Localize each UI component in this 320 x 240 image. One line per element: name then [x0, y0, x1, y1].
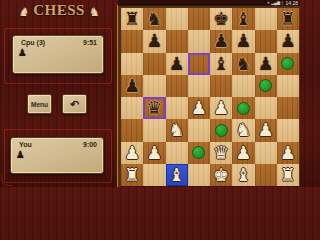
square-f8[interactable]: ♝ [232, 8, 254, 30]
square-c3[interactable]: ♞ [166, 119, 188, 141]
square-g3[interactable]: ♟ [255, 119, 277, 141]
piece-wp: ♟ [146, 142, 162, 164]
square-b5[interactable] [143, 75, 165, 97]
app-title: ♞ CHESS ♞ [0, 2, 118, 19]
square-e1[interactable]: ♚ [210, 164, 232, 186]
square-f6[interactable]: ♞ [232, 53, 254, 75]
legal-move-dot[interactable] [215, 124, 228, 137]
square-f1[interactable]: ♝ [232, 164, 254, 186]
square-c6[interactable]: ♟ [166, 53, 188, 75]
square-d8[interactable] [188, 8, 210, 30]
piece-bq: ♛ [146, 97, 162, 119]
square-d6[interactable] [188, 53, 210, 75]
piece-bp: ♟ [169, 53, 185, 75]
square-g1[interactable] [255, 164, 277, 186]
square-h8[interactable]: ♜ [277, 8, 299, 30]
signal-battery-icons: ∗ ▂▄▆ ▯ [267, 0, 284, 6]
piece-wq: ♛ [213, 142, 229, 164]
square-d4[interactable]: ♟ [188, 97, 210, 119]
chess-board-frame: ♜♞♚♝♜♟♟♟♟♟♝♞♟♟♛♟♟♞♞♟♟♟♛♟♟♜♝♚♝♜ [118, 5, 300, 187]
square-d5[interactable] [188, 75, 210, 97]
left-panel: ♞ CHESS ♞ Cpu (3) 9:51 ♟ Menu ↶ You 9:00… [0, 0, 118, 187]
square-c7[interactable] [166, 30, 188, 52]
legal-move-dot[interactable] [259, 79, 272, 92]
square-e6[interactable]: ♝ [210, 53, 232, 75]
square-c2[interactable] [166, 142, 188, 164]
piece-br: ♜ [124, 8, 140, 30]
square-g4[interactable] [255, 97, 277, 119]
square-e4[interactable]: ♟ [210, 97, 232, 119]
piece-br: ♜ [280, 8, 296, 30]
square-g2[interactable] [255, 142, 277, 164]
cpu-pawn-icon: ♟ [13, 46, 103, 58]
piece-wr: ♜ [124, 164, 140, 186]
square-a8[interactable]: ♜ [121, 8, 143, 30]
square-h7[interactable]: ♟ [277, 30, 299, 52]
piece-bp: ♟ [146, 30, 162, 52]
square-b8[interactable]: ♞ [143, 8, 165, 30]
you-player-card: You 9:00 ♟ [10, 137, 104, 174]
piece-bp: ♟ [213, 30, 229, 52]
piece-bp: ♟ [258, 53, 274, 75]
piece-wb: ♝ [169, 164, 185, 186]
chess-board[interactable]: ♜♞♚♝♜♟♟♟♟♟♝♞♟♟♛♟♟♞♞♟♟♟♛♟♟♜♝♚♝♜ [121, 8, 299, 186]
status-bar-clock: 14:28 [285, 0, 298, 6]
knight-icon: ♞ [18, 5, 29, 19]
square-g6[interactable]: ♟ [255, 53, 277, 75]
square-g7[interactable] [255, 30, 277, 52]
piece-bp: ♟ [124, 75, 140, 97]
square-f7[interactable]: ♟ [232, 30, 254, 52]
cpu-player-name: Cpu (3) [21, 39, 45, 46]
undo-arrow-icon: ↶ [70, 99, 79, 110]
square-d2[interactable] [188, 142, 210, 164]
square-h4[interactable] [277, 97, 299, 119]
knight-icon: ♞ [89, 5, 100, 19]
square-h3[interactable] [277, 119, 299, 141]
piece-bn: ♞ [146, 8, 162, 30]
android-status-bar: ∗ ▂▄▆ ▯ 14:28 [118, 0, 300, 6]
square-g8[interactable] [255, 8, 277, 30]
square-f3[interactable]: ♞ [232, 119, 254, 141]
you-player-name: You [19, 141, 32, 148]
piece-bp: ♟ [280, 30, 296, 52]
piece-wn: ♞ [235, 119, 251, 141]
piece-wp: ♟ [235, 142, 251, 164]
menu-button[interactable]: Menu [27, 94, 52, 114]
piece-bn: ♞ [235, 53, 251, 75]
piece-wk: ♚ [213, 164, 229, 186]
square-d7[interactable] [188, 30, 210, 52]
square-b1[interactable] [143, 164, 165, 186]
square-b6[interactable] [143, 53, 165, 75]
square-a7[interactable] [121, 30, 143, 52]
square-c4[interactable] [166, 97, 188, 119]
square-e8[interactable]: ♚ [210, 8, 232, 30]
square-f2[interactable]: ♟ [232, 142, 254, 164]
square-e7[interactable]: ♟ [210, 30, 232, 52]
square-c8[interactable] [166, 8, 188, 30]
square-f5[interactable] [232, 75, 254, 97]
piece-wp: ♟ [280, 142, 296, 164]
piece-wp: ♟ [191, 97, 207, 119]
square-h5[interactable] [277, 75, 299, 97]
piece-bb: ♝ [235, 8, 251, 30]
square-b3[interactable] [143, 119, 165, 141]
square-b4[interactable]: ♛ [143, 97, 165, 119]
legal-move-dot[interactable] [192, 146, 205, 159]
piece-wb: ♝ [235, 164, 251, 186]
piece-wp: ♟ [258, 119, 274, 141]
square-h6[interactable] [277, 53, 299, 75]
piece-bk: ♚ [213, 8, 229, 30]
square-a3[interactable] [121, 119, 143, 141]
piece-bp: ♟ [235, 30, 251, 52]
square-e2[interactable]: ♛ [210, 142, 232, 164]
piece-wp: ♟ [213, 97, 229, 119]
square-b7[interactable]: ♟ [143, 30, 165, 52]
square-f4[interactable] [232, 97, 254, 119]
you-clock: 9:00 [83, 141, 97, 148]
square-c5[interactable] [166, 75, 188, 97]
piece-wn: ♞ [169, 119, 185, 141]
square-a2[interactable]: ♟ [121, 142, 143, 164]
piece-bb: ♝ [213, 53, 229, 75]
square-d3[interactable] [188, 119, 210, 141]
square-g5[interactable] [255, 75, 277, 97]
square-a5[interactable]: ♟ [121, 75, 143, 97]
square-a6[interactable] [121, 53, 143, 75]
square-a1[interactable]: ♜ [121, 164, 143, 186]
piece-wp: ♟ [124, 142, 140, 164]
square-e3[interactable] [210, 119, 232, 141]
square-c1[interactable]: ♝ [166, 164, 188, 186]
cpu-clock: 9:51 [83, 39, 97, 46]
undo-button[interactable]: ↶ [62, 94, 87, 114]
square-a4[interactable] [121, 97, 143, 119]
square-h1[interactable]: ♜ [277, 164, 299, 186]
app-title-text: CHESS [33, 2, 85, 18]
square-h2[interactable]: ♟ [277, 142, 299, 164]
square-e5[interactable] [210, 75, 232, 97]
piece-wr: ♜ [280, 164, 296, 186]
square-d1[interactable] [188, 164, 210, 186]
legal-move-dot[interactable] [237, 102, 250, 115]
square-b2[interactable]: ♟ [143, 142, 165, 164]
legal-move-dot[interactable] [281, 57, 294, 70]
you-pawn-icon: ♟ [11, 148, 103, 160]
cpu-player-card: Cpu (3) 9:51 ♟ [12, 35, 104, 74]
